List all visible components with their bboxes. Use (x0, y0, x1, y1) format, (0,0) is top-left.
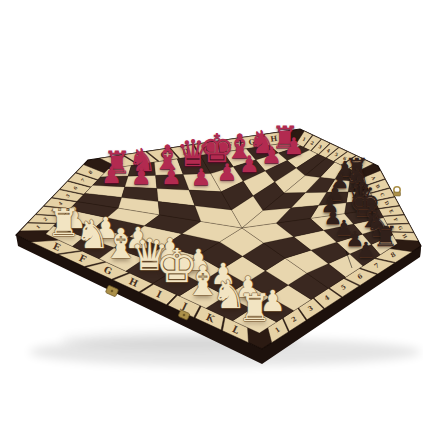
black-pawn: ♟ (324, 207, 343, 228)
white-queen: ♛ (130, 234, 169, 277)
white-pawn: ♟ (210, 260, 236, 289)
white-pawn: ♟ (157, 235, 183, 264)
black-knight: ♞ (345, 164, 371, 193)
red-pawn: ♟ (284, 135, 305, 158)
red-pawn: ♟ (239, 153, 260, 176)
red-bishop: ♝ (224, 129, 254, 163)
red-pawn: ♟ (161, 165, 182, 188)
black-rook: ♜ (373, 223, 398, 251)
black-pawn: ♟ (335, 218, 354, 239)
black-bishop: ♝ (358, 201, 386, 232)
red-king: ♚ (199, 128, 235, 168)
red-knight: ♞ (128, 144, 157, 176)
white-rook: ♜ (47, 204, 81, 242)
red-rook: ♜ (271, 122, 299, 153)
black-bishop: ♝ (345, 172, 373, 203)
red-pawn: ♟ (101, 164, 122, 187)
black-pawn: ♟ (330, 171, 349, 192)
white-pawn: ♟ (93, 214, 119, 243)
red-knight: ♞ (248, 126, 277, 158)
black-knight: ♞ (366, 212, 392, 241)
white-pawn: ♟ (260, 287, 286, 316)
white-pawn: ♟ (235, 273, 261, 302)
white-knight: ♞ (75, 215, 110, 254)
red-pawn: ♟ (217, 161, 238, 184)
product-photo: Angled overhead view of a dark hexagonal… (0, 0, 423, 423)
red-pawn: ♟ (191, 166, 212, 189)
red-bishop: ♝ (152, 140, 182, 174)
white-king: ♚ (156, 242, 198, 289)
black-pawn: ♟ (335, 159, 354, 180)
white-pawn: ♟ (61, 204, 87, 233)
red-pawn: ♟ (131, 165, 152, 188)
black-rook: ♜ (344, 155, 369, 183)
pieces-layer: ♜♞♝♛♚♝♞♜♟♟♟♟♟♟♟♟♜♞♝♛♚♝♞♜♟♟♟♟♟♟♟♟♜♞♝♛♚♝♞♜… (0, 0, 423, 423)
white-bishop: ♝ (185, 261, 222, 302)
white-knight: ♞ (211, 275, 246, 314)
white-pawn: ♟ (125, 224, 151, 253)
black-pawn: ♟ (320, 195, 339, 216)
white-rook: ♜ (238, 289, 272, 327)
black-queen: ♛ (346, 179, 376, 212)
black-pawn: ♟ (325, 183, 344, 204)
red-rook: ♜ (103, 147, 131, 178)
black-king: ♚ (349, 186, 381, 222)
black-pawn: ♟ (357, 240, 376, 261)
white-bishop: ♝ (103, 224, 140, 265)
white-pawn: ♟ (186, 246, 212, 275)
red-pawn: ♟ (261, 144, 282, 167)
black-pawn: ♟ (346, 229, 365, 250)
red-queen: ♛ (176, 135, 209, 172)
